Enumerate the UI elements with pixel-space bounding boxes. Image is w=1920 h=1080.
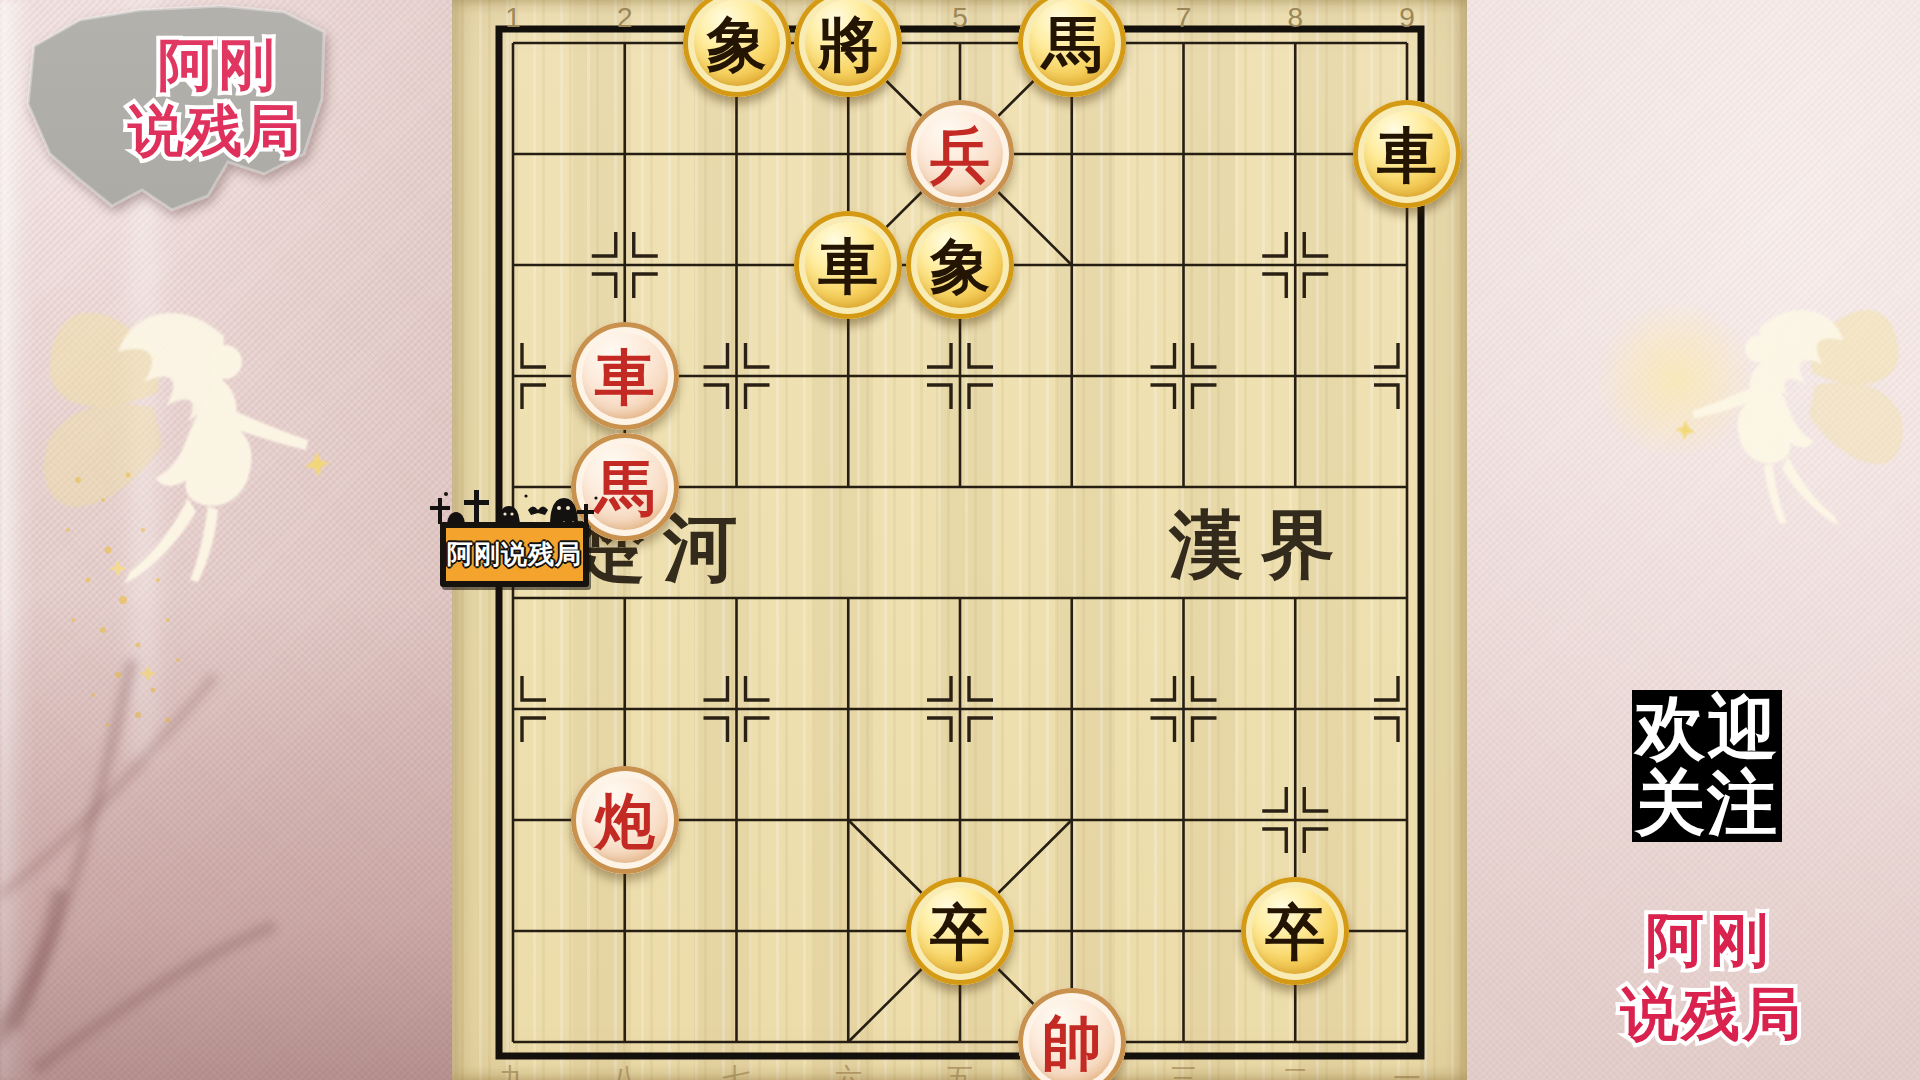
center-watermark: 阿刚说残局 [428,468,648,588]
watermark-box: 阿刚说残局 [440,522,589,587]
piece-glyph: 車 [595,348,655,408]
channel-label-paper: 阿刚 说残局 [22,4,340,240]
piece-glyph: 象 [707,15,767,75]
piece-glyph: 兵 [930,126,990,186]
watermark-text: 阿刚说残局 [447,537,582,572]
bottom-coord-7: 三 [1167,1060,1201,1080]
top-coord-2: 2 [608,2,642,34]
piece-glyph: 炮 [595,792,655,852]
piece-glyph: 車 [1377,126,1437,186]
piece-glyph: 將 [818,15,878,75]
bottom-coord-9: 一 [1390,1060,1424,1080]
piece-glyph: 卒 [1265,903,1325,963]
left-background-panel: 阿刚 说残局 [0,0,452,1080]
river-text-right: 漢界 [1168,504,1353,586]
piece-glyph: 象 [930,237,990,297]
satin-edge-highlight [0,0,36,1080]
sticker-line2: 说残局 [127,99,302,162]
bottom-coord-3: 七 [720,1060,754,1080]
piece-glyph: 車 [818,237,878,297]
top-coord-5: 5 [943,2,977,34]
fairy-left-graphic [12,240,342,610]
fairy-right-graphic [1645,245,1920,555]
piece-black-車-c4r2[interactable]: 車 [794,211,902,319]
piece-glyph: 馬 [1042,15,1102,75]
brand-text: 阿刚 说残局 [1555,878,1865,1080]
top-coord-1: 1 [496,2,530,34]
branch-shadow-graphic [0,470,300,1080]
sticker-line1: 阿刚 [158,33,278,96]
torn-paper-shape [28,6,324,210]
bottom-coord-4: 六 [831,1060,865,1080]
piece-black-象-c5r2[interactable]: 象 [906,211,1014,319]
piece-black-卒-c8r8[interactable]: 卒 [1241,877,1349,985]
brand-line2: 说残局 [1620,981,1804,1046]
bottom-coord-1: 九 [496,1060,530,1080]
follow-line1: 欢迎 [1635,691,1779,766]
top-coord-9: 9 [1390,2,1424,34]
brand-line1: 阿刚 [1646,907,1774,972]
piece-black-卒-c5r8[interactable]: 卒 [906,877,1014,985]
piece-glyph: 卒 [930,903,990,963]
follow-banner: 欢迎 关注 [1632,690,1782,842]
piece-glyph: 帥 [1042,1014,1102,1074]
top-coord-7: 7 [1167,2,1201,34]
bottom-coord-2: 八 [608,1060,642,1080]
bottom-coord-5: 五 [943,1060,977,1080]
piece-red-車-c2r3[interactable]: 車 [571,322,679,430]
piece-red-炮-c2r7[interactable]: 炮 [571,766,679,874]
screenshot-root: 阿刚 说残局 [0,0,1920,1080]
fabric-fold-highlight [118,0,170,760]
follow-line2: 关注 [1635,766,1779,841]
bottom-coord-8: 二 [1278,1060,1312,1080]
piece-red-兵-c5r1[interactable]: 兵 [906,100,1014,208]
piece-black-車-c9r1[interactable]: 車 [1353,100,1461,208]
top-coord-8: 8 [1278,2,1312,34]
sparkle-trail-graphic [48,460,268,760]
